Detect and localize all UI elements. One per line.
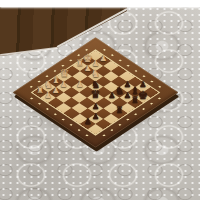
- piece-black-queen[interactable]: ♛: [89, 89, 100, 100]
- piece-black-pawn[interactable]: ♟: [81, 116, 92, 127]
- photo-scene: ♟♟♚♟♟♝♚♜♟♞♞♟♜♞♟♛♟♛♜♝♟♟♞♟♟♜♟♟: [0, 0, 200, 200]
- piece-black-rook[interactable]: ♜: [113, 105, 124, 116]
- piece-white-pawn[interactable]: ♟: [74, 79, 85, 90]
- piece-black-rook[interactable]: ♜: [129, 94, 140, 105]
- piece-white-pawn[interactable]: ♟: [42, 89, 53, 100]
- piece-black-pawn[interactable]: ♟: [89, 100, 100, 111]
- piece-black-pawn[interactable]: ♟: [105, 89, 116, 100]
- photo-top-margin: [0, 0, 200, 7]
- piece-white-knight[interactable]: ♞: [89, 68, 100, 79]
